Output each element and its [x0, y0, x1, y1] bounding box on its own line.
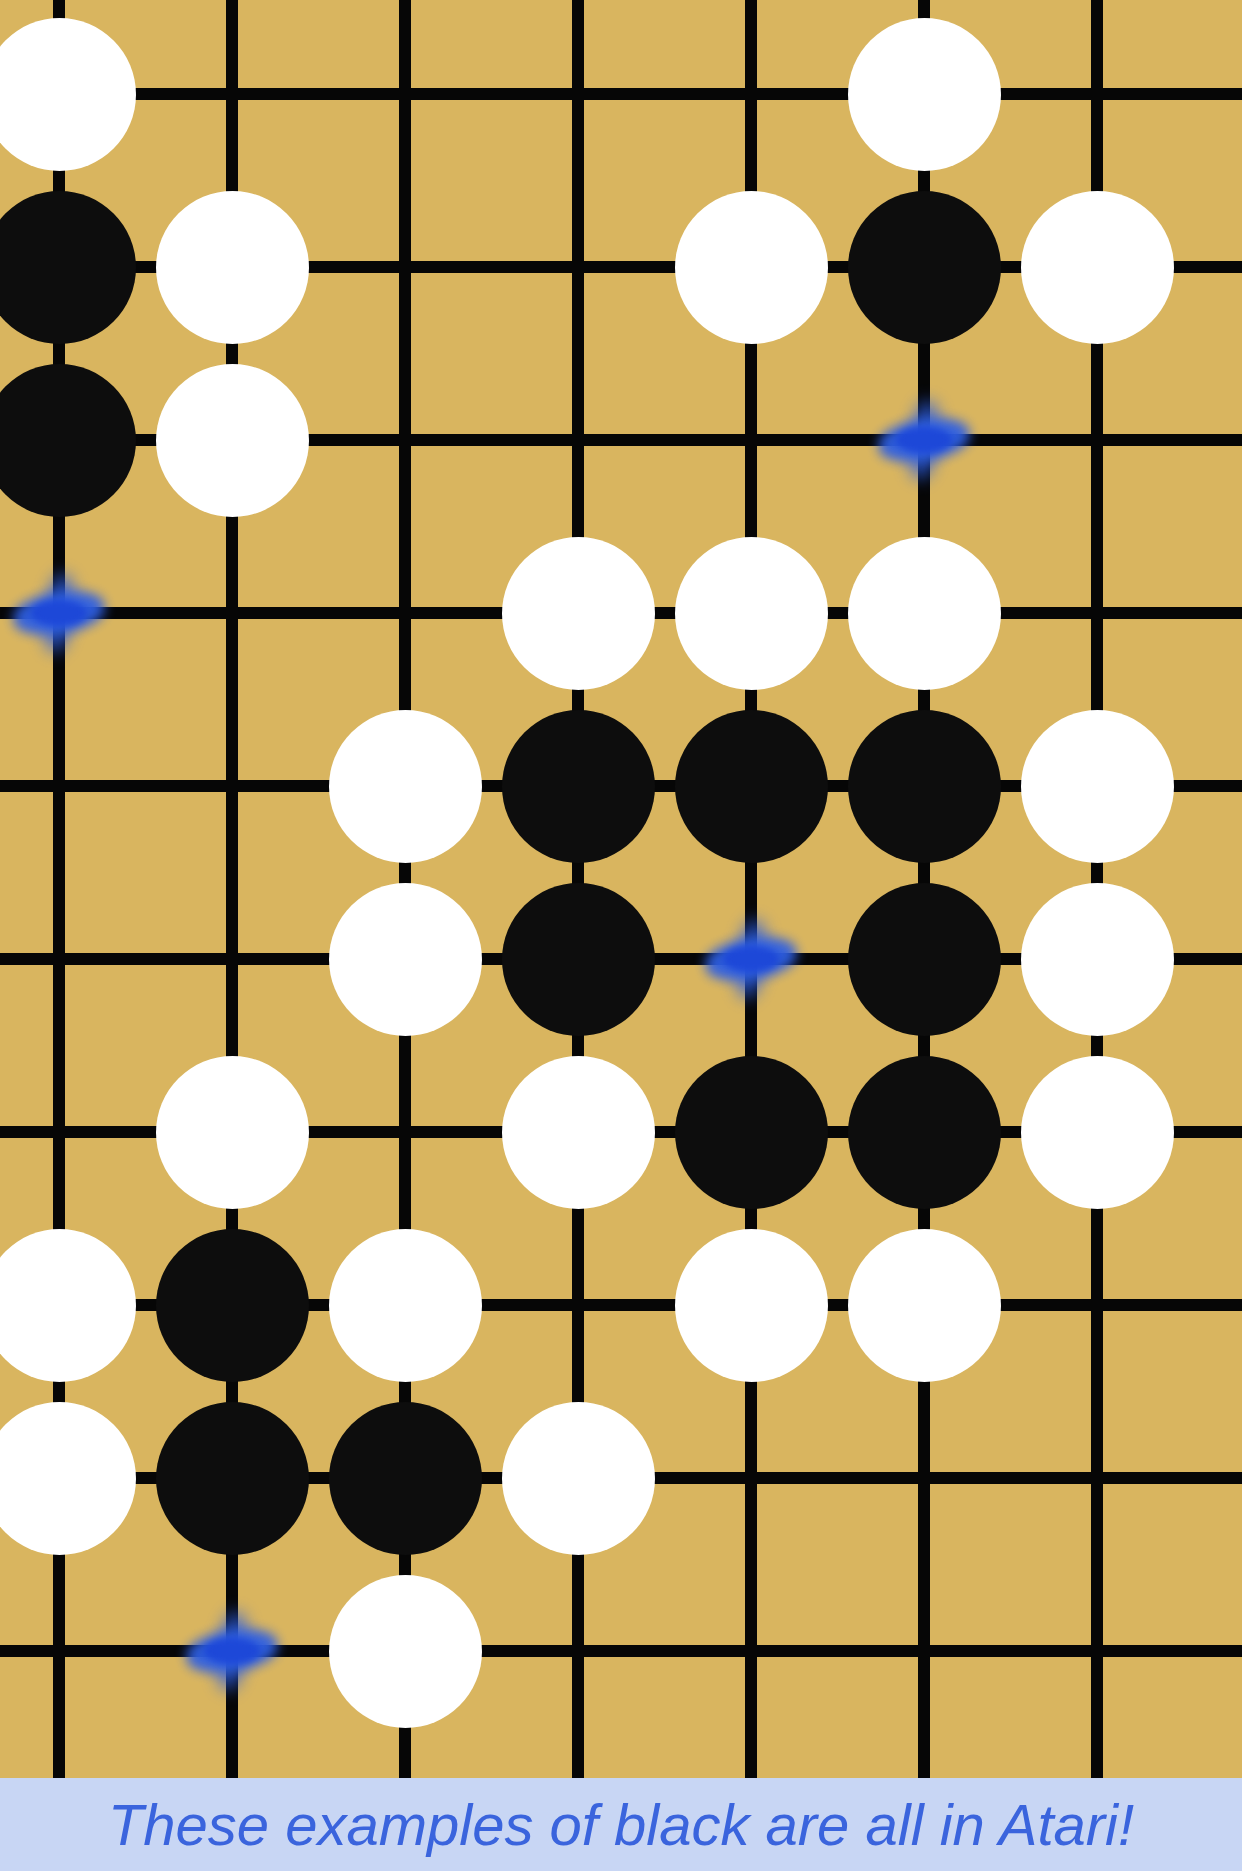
stone-black: [329, 1402, 482, 1555]
stone-white: [1021, 710, 1174, 863]
go-board[interactable]: [0, 0, 1242, 1778]
stone-white: [156, 1056, 309, 1209]
stone-white: [329, 883, 482, 1036]
stone-black: [0, 191, 136, 344]
stone-black: [502, 883, 655, 1036]
stone-white: [0, 18, 136, 171]
stone-white: [329, 1575, 482, 1728]
caption-banner: These examples of black are all in Atari…: [0, 1778, 1242, 1871]
stone-black: [675, 710, 828, 863]
stone-white: [1021, 191, 1174, 344]
stone-white: [0, 1402, 136, 1555]
stone-black: [848, 883, 1001, 1036]
pen-stroke: [723, 946, 779, 972]
stone-black: [156, 1229, 309, 1382]
pen-stroke: [896, 427, 952, 453]
pen-stroke: [204, 1638, 260, 1664]
stone-black: [675, 1056, 828, 1209]
grid-hline: [0, 88, 1242, 100]
stone-white: [502, 537, 655, 690]
stone-black: [848, 1056, 1001, 1209]
stone-white: [1021, 883, 1174, 1036]
pen-stroke: [31, 600, 87, 626]
stone-white: [502, 1402, 655, 1555]
stone-white: [675, 537, 828, 690]
stone-white: [848, 537, 1001, 690]
stone-white: [0, 1229, 136, 1382]
stone-white: [848, 1229, 1001, 1382]
stone-black: [848, 710, 1001, 863]
stone-white: [675, 191, 828, 344]
stone-black: [502, 710, 655, 863]
stone-white: [156, 364, 309, 517]
stone-white: [675, 1229, 828, 1382]
stone-white: [848, 18, 1001, 171]
stone-white: [329, 710, 482, 863]
stone-black: [156, 1402, 309, 1555]
stone-black: [0, 364, 136, 517]
caption-text: These examples of black are all in Atari…: [108, 1791, 1134, 1858]
stone-white: [502, 1056, 655, 1209]
stone-white: [1021, 1056, 1174, 1209]
stone-black: [848, 191, 1001, 344]
stone-white: [329, 1229, 482, 1382]
stone-white: [156, 191, 309, 344]
